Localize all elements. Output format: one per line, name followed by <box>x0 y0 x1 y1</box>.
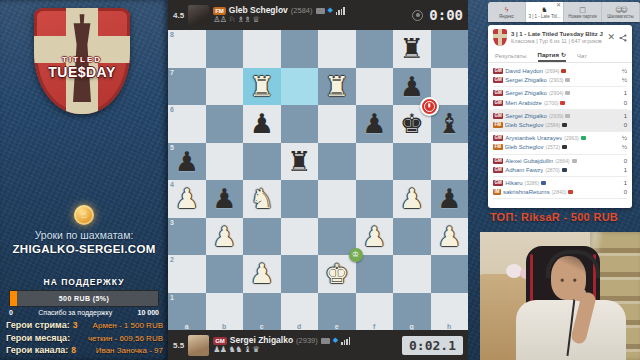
file-label: e <box>335 323 339 330</box>
square-c4[interactable]: ♞ <box>243 180 281 218</box>
lessons-promo: Уроки по шахматам: ZHIGALKO-SERGEI.COM <box>0 205 168 255</box>
square-h1[interactable]: h <box>431 293 469 331</box>
white-piece-e2[interactable]: ♚ <box>325 260 349 287</box>
square-f4[interactable] <box>356 180 394 218</box>
player-name: Alexei Gubajdullin <box>505 158 553 164</box>
pairing-group: GMHikaru(3286)1IMsakrishnaReturns(2840)0 <box>493 177 627 199</box>
top-player-info: FM Gleb Scheglov (2584) ◆ ♙♙ ♘ ♗♗ ♕ <box>213 6 345 24</box>
pairing-row[interactable]: FMGleb Scheglov(2572)½ <box>493 143 627 152</box>
black-piece-f6[interactable]: ♟ <box>362 110 386 137</box>
tab-game[interactable]: Партия ↻ <box>538 49 566 62</box>
flag-icon <box>561 69 566 73</box>
bottom-player-captured-pieces: ♟♟ ♞♞ ♝ ♛ <box>213 346 350 354</box>
square-g8[interactable]: ♜ <box>393 30 431 68</box>
black-piece-h4[interactable]: ♟ <box>437 185 461 212</box>
square-b8[interactable] <box>206 30 244 68</box>
file-label: c <box>260 323 264 330</box>
title-badge: GM <box>493 113 503 119</box>
pairing-group: GMDavid Haydon(2694)½GMSergei Zhigalko(2… <box>493 65 627 87</box>
square-g4[interactable]: ♟ <box>393 180 431 218</box>
square-d8[interactable] <box>281 30 319 68</box>
square-e2[interactable]: ♚ <box>318 255 356 293</box>
flag-icon <box>565 114 570 118</box>
pairing-row[interactable]: GMSergei Zhigalko(2903)½ <box>493 76 627 85</box>
title-badge: GM <box>493 135 503 141</box>
player-rating: (2903) <box>549 77 563 83</box>
patron-diamond-icon: ◆ <box>333 337 338 344</box>
white-piece-f3[interactable]: ♟ <box>362 223 386 250</box>
donation-min: 0 <box>9 309 13 316</box>
tournament-card: 3 | 1 - Late Titled Tuesday Blitz Januar… <box>488 25 632 208</box>
game-score: ½ <box>622 68 627 74</box>
player-name: Gleb Scheglov <box>505 144 544 150</box>
player-rating: (2700) <box>544 100 558 106</box>
square-e6[interactable] <box>318 105 356 143</box>
pairing-row[interactable]: GMDavid Haydon(2694)½ <box>493 67 627 76</box>
pairing-row[interactable]: GMSergei Zhigalko(2939)1 <box>493 111 627 120</box>
connection-signal-icon <box>341 337 350 345</box>
tab-label: Новая партия <box>568 14 597 19</box>
flag-icon <box>316 8 325 14</box>
pairing-row[interactable]: GMSergei Zhigalko(2904)1 <box>493 89 627 98</box>
tab-label: Яндекс <box>499 14 514 19</box>
tab-label: 3 | 1 - Late Titl... <box>528 14 560 19</box>
bottom-player-bar: 5.5 GM Sergei Zhigalko (2939) ◆ ♟♟ ♞♞ ♝ … <box>168 330 468 360</box>
pairing-group: GMSergei Zhigalko(2939)1FMGleb Scheglov(… <box>488 110 632 132</box>
titled-tuesday-logo: TITLED TUE$DAY <box>34 8 134 118</box>
pairing-group: GMSergei Zhigalko(2904)1GMMeri Arabidze(… <box>493 87 627 109</box>
tournament-shield-icon <box>493 29 507 46</box>
pairings-list: GMDavid Haydon(2694)½GMSergei Zhigalko(2… <box>488 63 632 199</box>
patron-diamond-icon: ◆ <box>328 7 333 14</box>
square-b3[interactable]: ♟ <box>206 218 244 256</box>
game-score: 1 <box>624 180 627 186</box>
top-donor-text: ТОП: RiksaR - 500 RUB <box>468 211 640 223</box>
file-label: b <box>222 323 226 330</box>
square-b6[interactable] <box>206 105 244 143</box>
square-b4[interactable]: ♟ <box>206 180 244 218</box>
square-f8[interactable] <box>356 30 394 68</box>
top-player-captured-pieces: ♙♙ ♘ ♗♗ ♕ <box>213 16 345 24</box>
player-name: Gleb Scheglov <box>505 122 544 128</box>
player-rating: (2870) <box>545 167 559 173</box>
square-d5[interactable]: ♜ <box>281 143 319 181</box>
player-rating: (2694) <box>545 68 559 74</box>
black-piece-g7[interactable]: ♟ <box>400 73 424 100</box>
square-h2[interactable] <box>431 255 469 293</box>
tournament-panel-tabs: Результаты Партия ↻ Чат <box>488 49 632 63</box>
square-c2[interactable]: ♟ <box>243 255 281 293</box>
title-badge: FM <box>493 144 503 150</box>
player-rating: (2963) <box>564 135 578 141</box>
browser-tab-strip: ϟ Яндекс ✕ ♞ 3 | 1 - Late Titl... □ Нова… <box>488 2 640 22</box>
donation-progress-label: 500 RUB (5%) <box>10 291 158 306</box>
square-a4[interactable]: 4♟ <box>168 180 206 218</box>
logo-line2: TUE$DAY <box>34 64 130 80</box>
bottom-player-title-badge: GM <box>213 337 227 345</box>
pairing-row[interactable]: GMAdham Fawzy(2870)1 <box>493 165 627 174</box>
square-c5[interactable] <box>243 143 281 181</box>
hero-value: Армен - 1 500 RUB <box>93 321 165 330</box>
square-f2[interactable] <box>356 255 394 293</box>
top-player-line: FM Gleb Scheglov (2584) ◆ <box>213 6 345 15</box>
bottom-player-clock: 0:02.1 <box>402 336 463 355</box>
flag-icon <box>321 338 330 344</box>
heroes-stream-row: Герои стрима: 3 Армен - 1 500 RUB <box>6 320 165 333</box>
lightning-icon: ϟ <box>504 6 509 14</box>
square-g5[interactable] <box>393 143 431 181</box>
square-a3[interactable]: 3 <box>168 218 206 256</box>
black-piece-g8[interactable]: ♜ <box>400 35 424 62</box>
title-badge: GM <box>493 167 503 173</box>
player-rating: (2584) <box>546 122 560 128</box>
player-name: David Haydon <box>505 68 543 74</box>
player-rating: (2939) <box>549 113 563 119</box>
lessons-text: Уроки по шахматам: <box>0 229 168 241</box>
bottom-player-avatar[interactable] <box>188 335 209 356</box>
close-icon[interactable]: ✕ <box>607 33 615 42</box>
tab-results[interactable]: Результаты <box>495 49 527 62</box>
white-piece-c7[interactable]: ♜ <box>250 73 274 100</box>
donation-header: НА ПОДДЕРЖКУ <box>0 277 168 287</box>
game-score: 0 <box>624 189 627 195</box>
flag-icon <box>581 136 586 140</box>
tab-label: Чат <box>577 53 587 59</box>
donation-thanks: Спасибо за поддержку <box>38 309 112 316</box>
square-e1[interactable]: e <box>318 293 356 331</box>
knight-icon: ♞ <box>541 6 547 14</box>
donation-widget: НА ПОДДЕРЖКУ 500 RUB (5%) 0 Спасибо за п… <box>0 277 168 316</box>
top-player-tournament-score: 4.5 <box>173 11 184 20</box>
hero-label: Герои канала: <box>6 345 68 355</box>
browser-tab-players[interactable]: ☺☺ Шахматисты <box>602 2 640 22</box>
hero-value: Иван Заночка - 97 <box>96 346 165 355</box>
white-piece-b3[interactable]: ♟ <box>212 223 236 250</box>
square-c1[interactable]: c <box>243 293 281 331</box>
title-badge: GM <box>493 158 503 164</box>
rank-label: 6 <box>170 106 174 113</box>
square-g6[interactable]: ♚ <box>393 105 431 143</box>
bottom-player-name[interactable]: Sergei Zhigalko <box>230 336 293 345</box>
game-score: ½ <box>622 77 627 83</box>
flag-icon <box>562 145 567 149</box>
pairing-row[interactable]: GMArystanbek Urazayev(2963)½ <box>493 134 627 143</box>
rank-label: 4 <box>170 181 174 188</box>
square-e7[interactable]: ♜ <box>318 68 356 106</box>
rank-label: 2 <box>170 256 174 263</box>
donation-heroes: Герои стрима: 3 Армен - 1 500 RUB Герои … <box>6 320 165 358</box>
square-a6[interactable]: 6 <box>168 105 206 143</box>
square-h5[interactable] <box>431 143 469 181</box>
streamer-webcam <box>480 232 640 360</box>
flag-icon <box>572 159 577 163</box>
top-player-clock: 0:00 <box>412 7 463 23</box>
people-icon: ☺☺ <box>615 6 626 14</box>
rank-label: 7 <box>170 69 174 76</box>
square-d1[interactable]: d <box>281 293 319 331</box>
top-player-avatar[interactable] <box>188 5 209 26</box>
player-rating: (2572) <box>546 144 560 150</box>
hero-label: Герои стрима: <box>6 320 70 330</box>
hero-value: четкин - 609,56 RUB <box>88 334 165 343</box>
player-name: sakrishnaReturns <box>503 189 550 195</box>
pairing-row[interactable]: GMHikaru(3286)1 <box>493 178 627 187</box>
title-badge: GM <box>493 77 503 83</box>
shield-icon: TITLED TUE$DAY <box>34 8 130 114</box>
top-player-title-badge: FM <box>213 7 226 15</box>
white-piece-g4[interactable]: ♟ <box>400 185 424 212</box>
title-badge: GM <box>493 68 503 74</box>
flag-icon <box>560 101 565 105</box>
flag-icon <box>562 123 567 127</box>
player-name: Adham Fawzy <box>505 167 543 173</box>
logo-line1: TITLED <box>34 55 130 64</box>
heroes-channel-row: Герои канала: 8 Иван Заночка - 97 <box>6 345 165 358</box>
square-a7[interactable]: 7 <box>168 68 206 106</box>
right-panel: ϟ Яндекс ✕ ♞ 3 | 1 - Late Titl... □ Нова… <box>468 0 640 360</box>
pairing-group: GMArystanbek Urazayev(2963)½FMGleb Scheg… <box>493 132 627 154</box>
coin-thumbs-up-icon <box>74 205 94 225</box>
square-a5[interactable]: 5♟ <box>168 143 206 181</box>
pairing-row[interactable]: FMGleb Scheglov(2584)0 <box>493 120 627 129</box>
chess-board: 8♜7♜♜♟6♟♟♚♝5♟♜4♟♟♞♟♟3♟♟♟2♟♚1abcdefgh <box>168 30 468 330</box>
top-clock-time: 0:00 <box>429 7 463 23</box>
game-score: ½ <box>622 144 627 150</box>
flag-icon <box>562 168 567 172</box>
black-piece-b4[interactable]: ♟ <box>212 185 236 212</box>
bottom-player-tournament-score: 5.5 <box>173 341 184 350</box>
pairing-row[interactable]: GMAlexei Gubajdullin(2664)0 <box>493 156 627 165</box>
tournament-titles: 3 | 1 - Late Titled Tuesday Blitz Januar… <box>511 31 603 45</box>
tournament-header: 3 | 1 - Late Titled Tuesday Blitz Januar… <box>488 25 632 49</box>
tab-chat[interactable]: Чат <box>577 49 587 62</box>
browser-tab-tournament[interactable]: ✕ ♞ 3 | 1 - Late Titl... <box>526 2 564 22</box>
square-h8[interactable] <box>431 30 469 68</box>
square-g1[interactable]: g <box>393 293 431 331</box>
heroes-month-row: Герои месяца: четкин - 609,56 RUB <box>6 333 165 346</box>
player-rating: (2840) <box>552 189 566 195</box>
square-f5[interactable] <box>356 143 394 181</box>
rank-label: 3 <box>170 219 174 226</box>
square-g3[interactable] <box>393 218 431 256</box>
bottom-player-info: GM Sergei Zhigalko (2939) ◆ ♟♟ ♞♞ ♝ ♛ <box>213 336 350 354</box>
tab-label: Результаты <box>495 53 527 59</box>
pairing-row[interactable]: IMsakrishnaReturns(2840)0 <box>493 188 627 197</box>
refresh-icon: ↻ <box>561 51 566 58</box>
game-score: 1 <box>624 90 627 96</box>
bottom-player-line: GM Sergei Zhigalko (2939) ◆ <box>213 336 350 345</box>
browser-tab-new-game[interactable]: □ Новая партия <box>564 2 602 22</box>
tournament-header-icons: ✕ <box>607 33 627 42</box>
square-f7[interactable] <box>356 68 394 106</box>
square-g2[interactable] <box>393 255 431 293</box>
black-piece-g6[interactable]: ♚ <box>400 110 424 137</box>
white-piece-c4[interactable]: ♞ <box>250 185 274 212</box>
title-badge: GM <box>493 90 503 96</box>
lessons-site-url[interactable]: ZHIGALKO-SERGEI.COM <box>0 243 168 255</box>
square-b7[interactable] <box>206 68 244 106</box>
logo-text: TITLED TUE$DAY <box>34 55 130 80</box>
square-b1[interactable]: b <box>206 293 244 331</box>
game-score: 1 <box>624 113 627 119</box>
square-h3[interactable]: ♟ <box>431 218 469 256</box>
black-piece-h6[interactable]: ♝ <box>437 110 461 137</box>
game-score: 0 <box>624 122 627 128</box>
square-c3[interactable] <box>243 218 281 256</box>
title-badge: FM <box>493 122 503 128</box>
title-badge: GM <box>493 100 503 106</box>
flag-clock-badge <box>420 97 439 116</box>
black-piece-c6[interactable]: ♟ <box>250 110 274 137</box>
white-piece-h3[interactable]: ♟ <box>437 223 461 250</box>
square-d2[interactable] <box>281 255 319 293</box>
black-piece-d5[interactable]: ♜ <box>287 148 311 175</box>
player-rating: (3286) <box>525 180 539 186</box>
square-f6[interactable]: ♟ <box>356 105 394 143</box>
square-b5[interactable] <box>206 143 244 181</box>
square-d3[interactable] <box>281 218 319 256</box>
close-icon[interactable]: ✕ <box>556 2 561 8</box>
tournament-title: 3 | 1 - Late Titled Tuesday Blitz Januar… <box>511 31 603 38</box>
square-c7[interactable]: ♜ <box>243 68 281 106</box>
square-f1[interactable]: f <box>356 293 394 331</box>
square-a8[interactable]: 8 <box>168 30 206 68</box>
share-icon[interactable] <box>619 34 627 42</box>
white-piece-e7[interactable]: ♜ <box>325 73 349 100</box>
player-name: Meri Arabidze <box>505 100 542 106</box>
player-rating: (2664) <box>555 158 569 164</box>
bottom-player-rating: (2939) <box>296 336 318 345</box>
tournament-subtitle: Классика | Тур 6 из 11 | 647 игроков <box>511 38 603 45</box>
stream-sidebar: TITLED TUE$DAY Уроки по шахматам: ZHIGAL… <box>0 0 168 360</box>
flag-icon <box>568 190 573 194</box>
square-e8[interactable] <box>318 30 356 68</box>
rank-label: 5 <box>170 144 174 151</box>
new-tab-icon: □ <box>579 6 586 14</box>
square-a2[interactable]: 2 <box>168 255 206 293</box>
rank-label: 1 <box>170 294 174 301</box>
game-score: 0 <box>624 158 627 164</box>
hero-count: 8 <box>71 345 76 355</box>
tab-label: Шахматисты <box>607 14 634 19</box>
file-label: f <box>373 323 375 330</box>
player-name: Sergei Zhigalko <box>505 77 547 83</box>
title-badge: GM <box>493 180 503 186</box>
square-a1[interactable]: 1a <box>168 293 206 331</box>
game-score: 1 <box>624 167 627 173</box>
file-label: d <box>297 323 301 330</box>
title-badge: IM <box>493 189 501 195</box>
top-player-bar: 4.5 FM Gleb Scheglov (2584) ◆ ♙♙ ♘ ♗♗ ♕ … <box>168 0 468 30</box>
square-d4[interactable] <box>281 180 319 218</box>
browser-tab-yandex[interactable]: ϟ Яндекс <box>488 2 526 22</box>
file-label: a <box>185 323 189 330</box>
file-label: g <box>410 323 414 330</box>
hero-label: Герои месяца: <box>6 333 70 343</box>
game-score: ½ <box>622 135 627 141</box>
flag-icon <box>565 78 570 82</box>
clock-ring-icon <box>412 10 423 21</box>
square-b2[interactable] <box>206 255 244 293</box>
top-player-rating: (2584) <box>291 6 313 15</box>
square-d7[interactable] <box>281 68 319 106</box>
donation-max: 10 000 <box>138 309 159 316</box>
game-score: 0 <box>624 100 627 106</box>
flag-icon <box>565 91 570 95</box>
pairing-row[interactable]: GMMeri Arabidze(2700)0 <box>493 98 627 107</box>
square-d6[interactable] <box>281 105 319 143</box>
flag-icon <box>541 181 546 185</box>
tab-label: Партия <box>538 52 559 58</box>
player-rating: (2904) <box>549 90 563 96</box>
square-h4[interactable]: ♟ <box>431 180 469 218</box>
rank-label: 8 <box>170 31 174 38</box>
square-c6[interactable]: ♟ <box>243 105 281 143</box>
square-e5[interactable] <box>318 143 356 181</box>
square-e4[interactable] <box>318 180 356 218</box>
white-piece-c2[interactable]: ♟ <box>250 260 274 287</box>
file-label: h <box>447 323 451 330</box>
black-piece-a5[interactable]: ♟ <box>175 148 199 175</box>
donation-progress-meta: 0 Спасибо за поддержку 10 000 <box>9 309 159 316</box>
pairing-group: GMAlexei Gubajdullin(2664)0GMAdham Fawzy… <box>493 155 627 177</box>
donation-progress-bar: 500 RUB (5%) <box>9 290 159 307</box>
white-piece-a4[interactable]: ♟ <box>175 185 199 212</box>
top-player-name[interactable]: Gleb Scheglov <box>229 6 288 15</box>
player-name: Sergei Zhigalko <box>505 90 547 96</box>
player-name: Sergei Zhigalko <box>505 113 547 119</box>
hero-count: 3 <box>73 320 78 330</box>
player-name: Hikaru <box>505 180 522 186</box>
connection-signal-icon <box>336 7 345 15</box>
player-name: Arystanbek Urazayev <box>505 135 562 141</box>
winner-crown-badge <box>349 248 363 262</box>
square-c8[interactable] <box>243 30 281 68</box>
